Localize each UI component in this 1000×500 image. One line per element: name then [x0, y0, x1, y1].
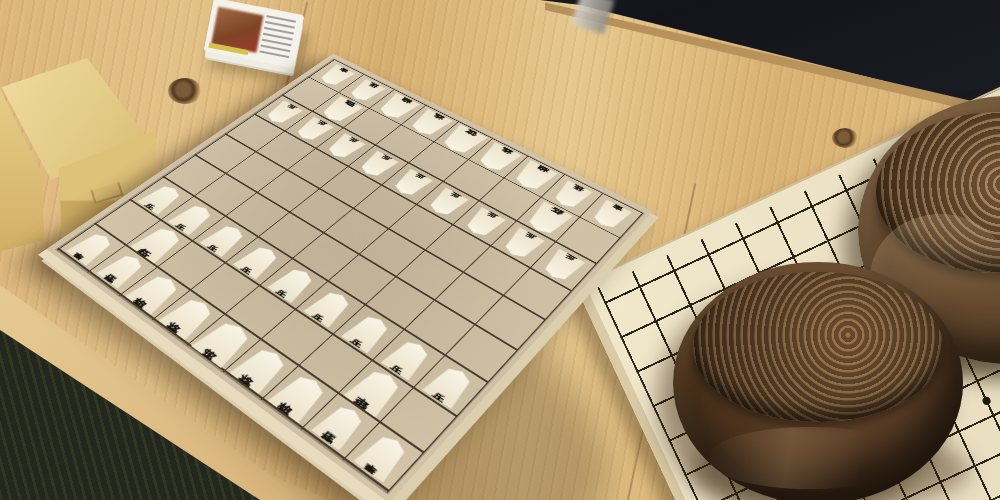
piece-kanji: 歩兵	[372, 162, 383, 168]
piece-kanji: 桂馬	[333, 420, 347, 431]
card-text-smudge	[259, 15, 296, 60]
piece-kanji: 歩兵	[219, 235, 230, 243]
piece-kanji: 歩兵	[516, 240, 528, 248]
piece-kanji: 王将	[456, 137, 469, 144]
piece-kanji: 銀将	[527, 173, 540, 180]
piece-kanji: 歩兵	[441, 199, 452, 206]
piece-kanji: 歩兵	[252, 257, 264, 265]
tent-pole	[571, 0, 614, 34]
card-deck[interactable]	[204, 0, 305, 68]
piece-kanji: 玉将	[216, 336, 231, 347]
piece-kanji: 香車	[86, 243, 97, 251]
piece-kanji: 銀将	[391, 104, 402, 110]
piece-kanji: 香車	[331, 73, 341, 78]
piece-kanji: 歩兵	[406, 180, 417, 187]
piece-kanji: 歩兵	[187, 215, 198, 222]
piece-kanji: 香車	[376, 450, 391, 461]
piece-kanji: 角行	[541, 215, 554, 223]
go-stone-bowl-lower[interactable]	[673, 262, 963, 500]
piece-kanji: 歩兵	[287, 279, 299, 287]
piece-kanji: 飛車	[367, 385, 383, 396]
piece-kanji: 歩兵	[361, 327, 374, 336]
piece-kanji: 銀将	[148, 288, 161, 298]
piece-kanji: 桂馬	[117, 265, 128, 273]
piece-kanji: 角行	[152, 239, 165, 248]
piece-kanji: 歩兵	[323, 303, 336, 312]
wood-knot	[168, 78, 202, 104]
piece-kanji: 歩兵	[308, 127, 318, 133]
piece-kanji: 歩兵	[478, 219, 490, 226]
piece-kanji: 桂馬	[566, 192, 578, 199]
piece-kanji: 歩兵	[556, 262, 568, 270]
piece-kanji: 歩兵	[340, 144, 350, 150]
bowl-lid[interactable]	[693, 272, 942, 422]
piece-kanji: 飛車	[335, 107, 346, 113]
piece-kanji: 歩兵	[443, 380, 457, 390]
piece-kanji: 金将	[181, 312, 195, 322]
piece-kanji: 金将	[491, 154, 503, 161]
photo-scene: 香車桂馬銀将金将王将金将銀将桂馬香車飛車角行歩兵歩兵歩兵歩兵歩兵歩兵歩兵歩兵歩兵…	[0, 0, 1000, 500]
piece-kanji: 桂馬	[361, 88, 371, 93]
wood-knot	[832, 128, 858, 148]
piece-kanji: 歩兵	[156, 195, 167, 202]
piece-kanji: 歩兵	[278, 110, 288, 116]
piece-kanji: 香車	[605, 212, 617, 219]
piece-kanji: 金将	[253, 363, 268, 374]
piece-kanji: 銀将	[292, 390, 307, 402]
piece-kanji: 歩兵	[401, 353, 414, 363]
piece-kanji: 金将	[423, 120, 435, 127]
